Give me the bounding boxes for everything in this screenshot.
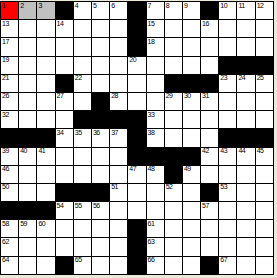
cell-r10c8[interactable]: 47: [128, 166, 145, 183]
cell-r2c13[interactable]: [219, 20, 236, 37]
cell-r7c2[interactable]: [19, 111, 36, 128]
cell-r1c9[interactable]: 7: [147, 2, 164, 19]
cell-r10c13[interactable]: [219, 166, 236, 183]
cell-r15c7[interactable]: [110, 257, 127, 274]
cell-r12c13[interactable]: [219, 202, 236, 219]
cell-r10c11[interactable]: 49: [183, 166, 200, 183]
cell-r14c6[interactable]: [92, 238, 109, 255]
cell-r10c7[interactable]: [110, 166, 127, 183]
clue-number-15: 15: [148, 20, 155, 28]
cell-r5c15[interactable]: 25: [256, 75, 273, 92]
cell-r14c5[interactable]: [74, 238, 91, 255]
cell-r4c1[interactable]: 19: [1, 57, 18, 74]
cell-r14c3[interactable]: [37, 238, 54, 255]
cell-r6c13[interactable]: [219, 93, 236, 110]
cell-r6c4[interactable]: 27: [56, 93, 73, 110]
clue-number-44: 44: [238, 147, 245, 155]
cell-r11c13[interactable]: 53: [219, 184, 236, 201]
cell-r3c5[interactable]: [74, 38, 91, 55]
cell-r7c9[interactable]: 33: [147, 111, 164, 128]
cell-r15c3[interactable]: [37, 257, 54, 274]
cell-r5c10-block: [165, 75, 182, 92]
clue-number-1: 1: [2, 2, 5, 10]
clue-number-66: 66: [148, 256, 155, 264]
cell-r1c14[interactable]: 11: [237, 2, 254, 19]
cell-r10c15[interactable]: [256, 166, 273, 183]
cell-r12c10[interactable]: [165, 202, 182, 219]
cell-r2c9[interactable]: 15: [147, 20, 164, 37]
cell-r12c9[interactable]: [147, 202, 164, 219]
cell-r14c9[interactable]: 63: [147, 238, 164, 255]
cell-r8c5[interactable]: 35: [74, 129, 91, 146]
cell-r9c13[interactable]: 43: [219, 148, 236, 165]
cell-r14c10[interactable]: [165, 238, 182, 255]
cell-r2c15[interactable]: [256, 20, 273, 37]
cell-r13c5[interactable]: [74, 220, 91, 237]
cell-r13c10[interactable]: [165, 220, 182, 237]
cell-r4c15-block: [256, 57, 273, 74]
cell-r5c8[interactable]: [128, 75, 145, 92]
clue-number-16: 16: [202, 20, 209, 28]
cell-r11c9[interactable]: [147, 184, 164, 201]
cell-r5c1[interactable]: 21: [1, 75, 18, 92]
clue-number-9: 9: [184, 2, 187, 10]
cell-r6c9[interactable]: [147, 93, 164, 110]
cell-r10c2[interactable]: [19, 166, 36, 183]
cell-r13c8-block: [128, 220, 145, 237]
clue-number-34: 34: [57, 129, 64, 137]
cell-r3c12[interactable]: [201, 38, 218, 55]
cell-r5c12-block: [201, 75, 218, 92]
cell-r1c12-block: [201, 2, 218, 19]
cell-r1c15[interactable]: 12: [256, 2, 273, 19]
cell-r7c7-block: [110, 111, 127, 128]
cell-r2c11[interactable]: [183, 20, 200, 37]
cell-r13c2[interactable]: 59: [19, 220, 36, 237]
cell-r3c2[interactable]: [19, 38, 36, 55]
cell-r6c12[interactable]: 31: [201, 93, 218, 110]
cell-r3c8-block: [128, 38, 145, 55]
cell-r9c15[interactable]: 45: [256, 148, 273, 165]
clue-number-43: 43: [220, 147, 227, 155]
cell-r14c7[interactable]: [110, 238, 127, 255]
clue-number-65: 65: [75, 256, 82, 264]
clue-number-42: 42: [202, 147, 209, 155]
cell-r4c8[interactable]: 20: [128, 57, 145, 74]
cell-r4c10[interactable]: [165, 57, 182, 74]
cell-r2c6[interactable]: [92, 20, 109, 37]
cell-r10c12[interactable]: [201, 166, 218, 183]
cell-r15c6[interactable]: [92, 257, 109, 274]
cell-r9c8-block: [128, 148, 145, 165]
cell-r13c13[interactable]: [219, 220, 236, 237]
cell-r2c3[interactable]: [37, 20, 54, 37]
cell-r7c1[interactable]: 32: [1, 111, 18, 128]
cell-r11c5-block: [74, 184, 91, 201]
clue-number-35: 35: [75, 129, 82, 137]
clue-number-59: 59: [20, 220, 27, 228]
clue-number-62: 62: [2, 238, 9, 246]
cell-r15c12-block: [201, 257, 218, 274]
cell-r15c9[interactable]: 66: [147, 257, 164, 274]
cell-r6c7[interactable]: 28: [110, 93, 127, 110]
cell-r13c12[interactable]: [201, 220, 218, 237]
cell-r15c14[interactable]: [237, 257, 254, 274]
cell-r4c11[interactable]: [183, 57, 200, 74]
cell-r12c11[interactable]: [183, 202, 200, 219]
cell-r8c8-block: [128, 129, 145, 146]
clue-number-22: 22: [75, 74, 82, 82]
cell-r9c10-block: [165, 148, 182, 165]
cell-r5c5[interactable]: 22: [74, 75, 91, 92]
cell-r13c11[interactable]: [183, 220, 200, 237]
clue-number-55: 55: [75, 202, 82, 210]
cell-r14c13[interactable]: [219, 238, 236, 255]
cell-r6c11[interactable]: 30: [183, 93, 200, 110]
cell-r1c6[interactable]: 5: [92, 2, 109, 19]
cell-r13c9[interactable]: 61: [147, 220, 164, 237]
cell-r1c4-block: [56, 2, 73, 19]
cell-r9c9-block: [147, 148, 164, 165]
cell-r8c12[interactable]: [201, 129, 218, 146]
cell-r12c1-block: [1, 202, 18, 219]
cell-r9c1[interactable]: 39: [1, 148, 18, 165]
cell-r15c2[interactable]: [19, 257, 36, 274]
clue-number-58: 58: [2, 220, 9, 228]
cell-r15c5[interactable]: 65: [74, 257, 91, 274]
cell-r14c15[interactable]: [256, 238, 273, 255]
cell-r12c6[interactable]: 56: [92, 202, 109, 219]
cell-r12c4[interactable]: 54: [56, 202, 73, 219]
cell-r8c2-block: [19, 129, 36, 146]
cell-r8c3-block: [37, 129, 54, 146]
cell-r12c3-block: [37, 202, 54, 219]
cell-r5c4-block: [56, 75, 73, 92]
cell-r8c7[interactable]: 37: [110, 129, 127, 146]
cell-r15c13[interactable]: 67: [219, 257, 236, 274]
clue-number-13: 13: [2, 20, 9, 28]
cell-r8c4[interactable]: 34: [56, 129, 73, 146]
cell-r13c14[interactable]: [237, 220, 254, 237]
cell-r7c12[interactable]: [201, 111, 218, 128]
cell-r5c9[interactable]: [147, 75, 164, 92]
cell-r15c4-block: [56, 257, 73, 274]
cell-r2c1[interactable]: 13: [1, 20, 18, 37]
clue-number-37: 37: [111, 129, 118, 137]
cell-r12c2-block: [19, 202, 36, 219]
cell-r15c8-block: [128, 257, 145, 274]
cell-r7c3[interactable]: [37, 111, 54, 128]
cell-r3c3[interactable]: [37, 38, 54, 55]
clue-number-53: 53: [220, 183, 227, 191]
cell-r11c8[interactable]: [128, 184, 145, 201]
cell-r2c4[interactable]: 14: [56, 20, 73, 37]
cell-r5c2[interactable]: [19, 75, 36, 92]
cell-r6c3[interactable]: [37, 93, 54, 110]
cell-r10c5[interactable]: [74, 166, 91, 183]
cell-r12c14[interactable]: [237, 202, 254, 219]
clue-number-11: 11: [238, 2, 244, 10]
cell-r6c1[interactable]: 26: [1, 93, 18, 110]
cell-r13c1[interactable]: 58: [1, 220, 18, 237]
cell-r14c4[interactable]: [56, 238, 73, 255]
cell-r10c4[interactable]: [56, 166, 73, 183]
cell-r8c11[interactable]: [183, 129, 200, 146]
clue-number-6: 6: [111, 2, 114, 10]
clue-number-17: 17: [2, 38, 9, 46]
cell-r3c9[interactable]: 18: [147, 38, 164, 55]
cell-r1c5[interactable]: 4: [74, 2, 91, 19]
cell-r15c10[interactable]: [165, 257, 182, 274]
cell-r14c14[interactable]: [237, 238, 254, 255]
clue-number-33: 33: [148, 111, 155, 119]
cell-r7c11[interactable]: [183, 111, 200, 128]
cell-r2c5[interactable]: [74, 20, 91, 37]
cell-r11c10[interactable]: 52: [165, 184, 182, 201]
cell-r9c3[interactable]: 41: [37, 148, 54, 165]
cell-r8c1-block: [1, 129, 18, 146]
clue-number-50: 50: [2, 183, 9, 191]
cell-r7c10[interactable]: [165, 111, 182, 128]
cell-r15c15[interactable]: [256, 257, 273, 274]
cell-r2c8-block: [128, 20, 145, 37]
clue-number-29: 29: [166, 92, 173, 100]
cell-r11c7[interactable]: 51: [110, 184, 127, 201]
cell-r6c10[interactable]: 29: [165, 93, 182, 110]
cell-r10c14[interactable]: [237, 166, 254, 183]
cell-r13c7[interactable]: [110, 220, 127, 237]
clue-number-64: 64: [2, 256, 9, 264]
cell-r10c10-block: [165, 166, 182, 183]
clue-number-8: 8: [166, 2, 169, 10]
cell-r11c4-block: [56, 184, 73, 201]
cell-r4c14-block: [237, 57, 254, 74]
cell-r8c14-block: [237, 129, 254, 146]
cell-r6c2[interactable]: [19, 93, 36, 110]
clue-number-30: 30: [184, 92, 191, 100]
clue-number-7: 7: [148, 2, 151, 10]
cell-r5c6[interactable]: [92, 75, 109, 92]
cell-r15c11[interactable]: [183, 257, 200, 274]
cell-r14c1[interactable]: 62: [1, 238, 18, 255]
clue-number-18: 18: [148, 38, 155, 46]
cell-r8c9[interactable]: 38: [147, 129, 164, 146]
cell-r9c7[interactable]: [110, 148, 127, 165]
cell-r4c3[interactable]: [37, 57, 54, 74]
cell-r9c5[interactable]: [74, 148, 91, 165]
cell-r6c15[interactable]: [256, 93, 273, 110]
clue-number-39: 39: [2, 147, 9, 155]
clue-number-2: 2: [20, 2, 23, 10]
cell-r1c3[interactable]: 3: [37, 2, 54, 19]
clue-number-54: 54: [57, 202, 64, 210]
clue-number-14: 14: [57, 20, 64, 28]
cell-r5c11-block: [183, 75, 200, 92]
cell-r11c2[interactable]: [19, 184, 36, 201]
clue-number-49: 49: [184, 165, 191, 173]
cell-r7c14[interactable]: [237, 111, 254, 128]
clue-number-60: 60: [38, 220, 45, 228]
cell-r9c11-block: [183, 148, 200, 165]
clue-number-24: 24: [238, 74, 245, 82]
cell-r9c4[interactable]: [56, 148, 73, 165]
cell-r10c6[interactable]: [92, 166, 109, 183]
cell-r9c12[interactable]: 42: [201, 148, 218, 165]
clue-number-4: 4: [75, 2, 78, 10]
cell-r1c10[interactable]: 8: [165, 2, 182, 19]
cell-r4c4[interactable]: [56, 57, 73, 74]
cell-r12c8[interactable]: [128, 202, 145, 219]
cell-r5c7[interactable]: [110, 75, 127, 92]
clue-number-19: 19: [2, 56, 9, 64]
cell-r4c7[interactable]: [110, 57, 127, 74]
clue-number-5: 5: [93, 2, 96, 10]
clue-number-56: 56: [93, 202, 100, 210]
clue-number-10: 10: [220, 2, 227, 10]
cell-r7c15[interactable]: [256, 111, 273, 128]
clue-number-48: 48: [148, 165, 155, 173]
clue-number-21: 21: [2, 74, 9, 82]
cell-r11c14[interactable]: [237, 184, 254, 201]
cell-r3c14[interactable]: [237, 38, 254, 55]
cell-r8c6[interactable]: 36: [92, 129, 109, 146]
clue-number-40: 40: [20, 147, 27, 155]
cell-r7c4[interactable]: [56, 111, 73, 128]
clue-number-25: 25: [257, 74, 264, 82]
cell-r13c15[interactable]: [256, 220, 273, 237]
cell-r3c6[interactable]: [92, 38, 109, 55]
cell-r3c11[interactable]: [183, 38, 200, 55]
cell-r3c4[interactable]: [56, 38, 73, 55]
clue-number-57: 57: [202, 202, 209, 210]
cell-r6c14[interactable]: [237, 93, 254, 110]
cell-r12c12[interactable]: 57: [201, 202, 218, 219]
cell-r5c14[interactable]: 24: [237, 75, 254, 92]
clue-number-47: 47: [129, 165, 136, 173]
cell-r11c12-block: [201, 184, 218, 201]
clue-number-45: 45: [257, 147, 264, 155]
cell-r3c7[interactable]: [110, 38, 127, 55]
cell-r4c12[interactable]: [201, 57, 218, 74]
cell-r2c12[interactable]: 16: [201, 20, 218, 37]
cell-r12c5[interactable]: 55: [74, 202, 91, 219]
clue-number-52: 52: [166, 183, 173, 191]
clue-number-26: 26: [2, 92, 9, 100]
clue-number-12: 12: [257, 2, 264, 10]
cell-r13c4[interactable]: [56, 220, 73, 237]
cell-r8c15-block: [256, 129, 273, 146]
cell-r12c15[interactable]: [256, 202, 273, 219]
cell-r7c6-block: [92, 111, 109, 128]
clue-number-51: 51: [111, 183, 118, 191]
cell-r7c8-block: [128, 111, 145, 128]
clue-number-46: 46: [2, 165, 9, 173]
clue-number-41: 41: [38, 147, 45, 155]
cell-r2c10[interactable]: [165, 20, 182, 37]
clue-number-20: 20: [129, 56, 136, 64]
cell-r1c2[interactable]: 2: [19, 2, 36, 19]
cell-r4c9[interactable]: [147, 57, 164, 74]
cell-r7c13[interactable]: [219, 111, 236, 128]
cell-r3c13[interactable]: [219, 38, 236, 55]
cell-r6c5[interactable]: [74, 93, 91, 110]
cell-r1c7[interactable]: 6: [110, 2, 127, 19]
cell-r14c11[interactable]: [183, 238, 200, 255]
clue-number-23: 23: [220, 74, 227, 82]
cell-r3c15[interactable]: [256, 38, 273, 55]
cell-r10c9[interactable]: 48: [147, 166, 164, 183]
cell-r10c3[interactable]: [37, 166, 54, 183]
cell-r5c3[interactable]: [37, 75, 54, 92]
cell-r1c11[interactable]: 9: [183, 2, 200, 19]
cell-r8c13-block: [219, 129, 236, 146]
cell-r7c5-block: [74, 111, 91, 128]
clue-number-67: 67: [220, 256, 227, 264]
clue-number-27: 27: [57, 92, 64, 100]
clue-number-38: 38: [148, 129, 155, 137]
cell-r1c13[interactable]: 10: [219, 2, 236, 19]
clue-number-3: 3: [38, 2, 41, 10]
cell-r2c2[interactable]: [19, 20, 36, 37]
cell-r13c3[interactable]: 60: [37, 220, 54, 237]
clue-number-28: 28: [111, 92, 118, 100]
cell-r4c13-block: [219, 57, 236, 74]
cell-r10c1[interactable]: 46: [1, 166, 18, 183]
clue-number-32: 32: [2, 111, 9, 119]
cell-r11c3[interactable]: [37, 184, 54, 201]
cell-r2c14[interactable]: [237, 20, 254, 37]
cell-r11c15[interactable]: [256, 184, 273, 201]
cell-r3c10[interactable]: [165, 38, 182, 55]
clue-number-63: 63: [148, 238, 155, 246]
cell-r8c10[interactable]: [165, 129, 182, 146]
cell-r6c8[interactable]: [128, 93, 145, 110]
cell-r2c7[interactable]: [110, 20, 127, 37]
clue-number-61: 61: [148, 220, 155, 228]
cell-r9c14[interactable]: 44: [237, 148, 254, 165]
cell-r4c5[interactable]: [74, 57, 91, 74]
cell-r14c8-block: [128, 238, 145, 255]
cell-r11c11[interactable]: [183, 184, 200, 201]
cell-r4c6[interactable]: [92, 57, 109, 74]
cell-r11c1[interactable]: 50: [1, 184, 18, 201]
clue-number-36: 36: [93, 129, 100, 137]
cell-r15c1[interactable]: 64: [1, 257, 18, 274]
cell-r9c2[interactable]: 40: [19, 148, 36, 165]
cell-r14c2[interactable]: [19, 238, 36, 255]
cell-r11c6-block: [92, 184, 109, 201]
cell-r9c6[interactable]: [92, 148, 109, 165]
crossword-board: 1234567891011121314151617181920212223242…: [0, 1, 274, 275]
cell-r3c1[interactable]: 17: [1, 38, 18, 55]
cell-r13c6[interactable]: [92, 220, 109, 237]
cell-r4c2[interactable]: [19, 57, 36, 74]
cell-r5c13[interactable]: 23: [219, 75, 236, 92]
cell-r14c12[interactable]: [201, 238, 218, 255]
cell-r1c1[interactable]: 1: [1, 2, 18, 19]
cell-r6c6-block: [92, 93, 109, 110]
cell-r12c7[interactable]: [110, 202, 127, 219]
cell-r1c8-block: [128, 2, 145, 19]
clue-number-31: 31: [202, 92, 209, 100]
